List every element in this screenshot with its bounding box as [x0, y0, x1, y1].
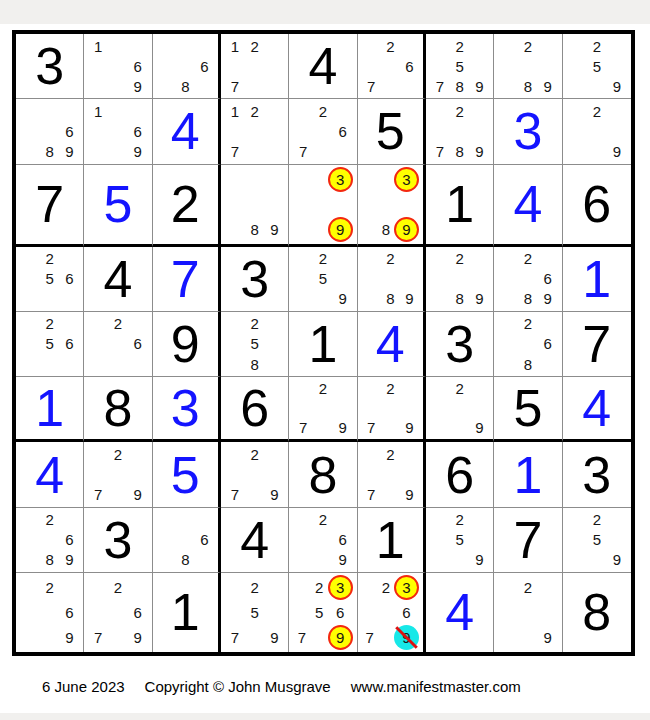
candidate-5: 5: [587, 56, 607, 76]
page-bottom-strip: [0, 713, 650, 720]
candidate-6: 6: [333, 121, 353, 141]
candidate-grid: 29: [426, 377, 493, 439]
candidate-grid: 267: [358, 34, 423, 98]
candidate-grid: 279: [289, 377, 356, 439]
cell-r9c9[interactable]: 8: [563, 573, 631, 652]
cell-r2c9[interactable]: 29: [563, 99, 631, 164]
candidate-9: 9: [333, 289, 353, 309]
candidate-9: 9: [538, 76, 558, 96]
candidate-2: 2: [245, 444, 265, 464]
highlight-circle: 3: [394, 575, 419, 600]
candidate-9: 9: [470, 141, 490, 161]
candidate-2: 2: [381, 249, 400, 269]
candidate-8: 8: [518, 289, 538, 309]
cell-r3c1[interactable]: 7: [16, 165, 84, 247]
candidate-3: 3: [394, 167, 419, 192]
candidate-7: 7: [362, 76, 381, 96]
candidate-grid: 269: [16, 573, 83, 652]
candidate-grid: 259: [289, 247, 356, 311]
candidate-9: 9: [470, 550, 490, 570]
cell-r1c2[interactable]: 169: [84, 34, 152, 99]
candidate-9: 9: [265, 625, 285, 650]
cell-r6c5[interactable]: 279: [289, 377, 357, 442]
candidate-5: 5: [40, 334, 60, 354]
given-digit: 9: [171, 318, 200, 370]
candidate-grid: 259: [426, 508, 493, 572]
candidate-3: 3: [328, 167, 353, 192]
given-digit: 1: [309, 318, 338, 370]
candidate-grid: 256: [16, 247, 83, 311]
candidate-2: 2: [518, 575, 538, 600]
cell-r8c4[interactable]: 4: [221, 508, 289, 573]
candidate-grid: 389: [358, 165, 423, 244]
candidate-2: 2: [40, 314, 60, 334]
candidate-2: 2: [518, 314, 538, 334]
cell-r9c3[interactable]: 1: [153, 573, 221, 652]
highlight-circle: 9: [328, 217, 353, 242]
candidate-9: 9: [470, 76, 490, 96]
candidate-2: 2: [313, 101, 333, 121]
candidate-7: 7: [88, 625, 108, 650]
candidate-grid: 26: [84, 312, 151, 376]
candidate-2: 2: [108, 444, 128, 464]
candidate-grid: 289: [494, 34, 561, 98]
cell-r3c5[interactable]: 39: [289, 165, 357, 247]
candidate-8: 8: [40, 550, 60, 570]
cell-r7c9[interactable]: 3: [563, 442, 631, 507]
candidate-grid: 127: [221, 34, 288, 98]
candidate-6: 6: [538, 334, 558, 354]
candidate-grid: 169: [84, 99, 151, 163]
candidate-6: 6: [394, 600, 419, 625]
candidate-grid: 127: [221, 99, 288, 163]
candidate-5: 5: [245, 334, 265, 354]
solved-digit: 3: [514, 105, 543, 157]
cell-r6c4[interactable]: 6: [221, 377, 289, 442]
candidate-grid: 269: [289, 508, 356, 572]
candidate-9: 9: [128, 141, 148, 161]
candidate-9: 9: [607, 550, 627, 570]
candidate-2: 2: [381, 36, 400, 56]
cell-r3c4[interactable]: 89: [221, 165, 289, 247]
candidate-5: 5: [450, 530, 470, 550]
candidate-6: 6: [128, 56, 148, 76]
candidate-grid: 2689: [494, 247, 561, 311]
candidate-9: 9: [128, 485, 148, 505]
cell-r1c7[interactable]: 25789: [426, 34, 494, 99]
candidate-9: 9: [470, 289, 490, 309]
cell-r8c5[interactable]: 269: [289, 508, 357, 573]
candidate-9: 9: [400, 418, 419, 437]
cell-r8c8[interactable]: 7: [494, 508, 562, 573]
candidate-8: 8: [450, 141, 470, 161]
candidate-grid: 259: [563, 34, 631, 98]
given-digit: 5: [514, 382, 543, 434]
cell-r1c4[interactable]: 127: [221, 34, 289, 99]
candidate-5: 5: [40, 269, 60, 289]
cell-r3c9[interactable]: 6: [563, 165, 631, 247]
cell-r3c6[interactable]: 389: [358, 165, 426, 247]
solved-digit: 7: [171, 253, 200, 305]
highlight-circle: 3: [328, 575, 353, 600]
footer: 6 June 2023 Copyright © John Musgrave ww…: [42, 678, 521, 695]
given-digit: 1: [376, 514, 405, 566]
candidate-6: 6: [328, 600, 353, 625]
candidate-9: 9: [265, 485, 285, 505]
sudoku-board: 3169681274267257892892596891694127267527…: [12, 30, 635, 656]
given-digit: 8: [582, 586, 611, 638]
candidate-grid: 2579: [221, 573, 288, 652]
candidate-9: 9: [60, 141, 80, 161]
candidate-6: 6: [60, 121, 80, 141]
solved-digit: 1: [582, 253, 611, 305]
candidate-9: 9: [394, 217, 419, 242]
candidate-2: 2: [313, 379, 333, 398]
cell-r8c1[interactable]: 2689: [16, 508, 84, 573]
candidate-grid: 2689: [16, 508, 83, 572]
given-digit: 7: [35, 178, 64, 230]
given-digit: 4: [240, 514, 269, 566]
candidate-9: 9: [265, 217, 285, 242]
candidate-7: 7: [88, 485, 108, 505]
cell-r4c8[interactable]: 2689: [494, 247, 562, 312]
candidate-7: 7: [225, 141, 245, 161]
candidate-9: 9: [60, 550, 80, 570]
candidate-2: 2: [587, 36, 607, 56]
candidate-9: 9: [470, 418, 490, 437]
candidate-9: 9: [328, 217, 353, 242]
candidate-9: 9: [400, 485, 419, 505]
candidate-2: 2: [245, 36, 265, 56]
candidate-8: 8: [518, 354, 538, 374]
candidate-grid: 259: [563, 508, 631, 572]
candidate-grid: 39: [289, 165, 356, 244]
candidate-grid: 29: [563, 99, 631, 163]
candidate-grid: 23679: [358, 573, 423, 652]
cell-r3c8[interactable]: 4: [494, 165, 562, 247]
candidate-5: 5: [450, 56, 470, 76]
given-digit: 1: [171, 586, 200, 638]
elimination-mark: 9: [394, 625, 419, 650]
candidate-6: 6: [60, 530, 80, 550]
cell-r6c3[interactable]: 3: [153, 377, 221, 442]
cell-r6c8[interactable]: 5: [494, 377, 562, 442]
solved-digit: 4: [445, 586, 474, 638]
candidate-8: 8: [245, 217, 265, 242]
cell-r1c8[interactable]: 289: [494, 34, 562, 99]
cell-r2c1[interactable]: 689: [16, 99, 84, 164]
candidate-9: 9: [60, 625, 80, 650]
cell-r2c8[interactable]: 3: [494, 99, 562, 164]
cell-r9c7[interactable]: 4: [426, 573, 494, 652]
cell-r7c1[interactable]: 4: [16, 442, 84, 507]
cell-r5c8[interactable]: 268: [494, 312, 562, 377]
solved-digit: 4: [376, 318, 405, 370]
cell-r5c7[interactable]: 3: [426, 312, 494, 377]
cell-r9c1[interactable]: 269: [16, 573, 84, 652]
given-digit: 3: [240, 253, 269, 305]
cell-r5c4[interactable]: 258: [221, 312, 289, 377]
cell-r4c4[interactable]: 3: [221, 247, 289, 312]
cell-r1c5[interactable]: 4: [289, 34, 357, 99]
candidate-grid: 2679: [84, 573, 151, 652]
cell-r6c2[interactable]: 8: [84, 377, 152, 442]
cell-r3c3[interactable]: 2: [153, 165, 221, 247]
cell-r9c4[interactable]: 2579: [221, 573, 289, 652]
cell-r2c2[interactable]: 169: [84, 99, 152, 164]
cell-r7c6[interactable]: 279: [358, 442, 426, 507]
cell-r6c9[interactable]: 4: [563, 377, 631, 442]
candidate-2: 2: [450, 101, 470, 121]
candidate-6: 6: [195, 56, 214, 76]
candidate-5: 5: [245, 600, 265, 625]
cell-r8c9[interactable]: 259: [563, 508, 631, 573]
solved-digit: 1: [35, 382, 64, 434]
candidate-grid: 169: [84, 34, 151, 98]
cell-r5c3[interactable]: 9: [153, 312, 221, 377]
candidate-6: 6: [195, 530, 214, 550]
cell-r4c9[interactable]: 1: [563, 247, 631, 312]
candidate-2: 2: [40, 249, 60, 269]
candidate-8: 8: [40, 141, 60, 161]
candidate-2: 2: [381, 379, 400, 398]
given-digit: 3: [582, 449, 611, 501]
candidate-grid: 25789: [426, 34, 493, 98]
cell-r5c5[interactable]: 1: [289, 312, 357, 377]
candidate-grid: 267: [289, 99, 356, 163]
given-digit: 6: [582, 178, 611, 230]
candidate-6: 6: [400, 56, 419, 76]
solved-digit: 4: [35, 449, 64, 501]
candidate-8: 8: [176, 76, 195, 96]
highlight-circle: 3: [328, 167, 353, 192]
candidate-5: 5: [310, 600, 327, 625]
candidate-grid: 29: [494, 573, 561, 652]
candidate-7: 7: [362, 625, 378, 650]
highlight-circle: 3: [394, 167, 419, 192]
cell-r3c7[interactable]: 1: [426, 165, 494, 247]
candidate-2: 2: [518, 36, 538, 56]
solved-digit: 3: [171, 382, 200, 434]
cell-r7c8[interactable]: 1: [494, 442, 562, 507]
cell-r3c2[interactable]: 5: [84, 165, 152, 247]
cell-r4c2[interactable]: 4: [84, 247, 152, 312]
given-digit: 1: [445, 178, 474, 230]
candidate-2: 2: [587, 510, 607, 530]
candidate-6: 6: [60, 334, 80, 354]
candidate-7: 7: [430, 76, 450, 96]
cell-r5c9[interactable]: 7: [563, 312, 631, 377]
candidate-7: 7: [225, 485, 245, 505]
cell-r8c7[interactable]: 259: [426, 508, 494, 573]
cell-r7c4[interactable]: 279: [221, 442, 289, 507]
candidate-7: 7: [225, 76, 245, 96]
cell-r9c8[interactable]: 29: [494, 573, 562, 652]
candidate-grid: 279: [84, 442, 151, 506]
candidate-2: 2: [450, 510, 470, 530]
given-digit: 3: [445, 318, 474, 370]
cell-r2c5[interactable]: 267: [289, 99, 357, 164]
candidate-8: 8: [378, 217, 394, 242]
highlight-circle: 9: [328, 625, 353, 650]
candidate-6: 6: [538, 269, 558, 289]
candidate-2: 2: [245, 101, 265, 121]
candidate-1: 1: [225, 36, 245, 56]
candidate-9: 9: [394, 625, 419, 650]
candidate-6: 6: [60, 600, 80, 625]
candidate-7: 7: [293, 418, 313, 437]
given-digit: 4: [309, 40, 338, 92]
candidate-1: 1: [88, 101, 108, 121]
candidate-8: 8: [381, 289, 400, 309]
given-digit: 3: [35, 40, 64, 92]
candidate-2: 2: [313, 249, 333, 269]
candidate-2: 2: [245, 314, 265, 334]
candidate-9: 9: [128, 76, 148, 96]
cell-r2c6[interactable]: 5: [358, 99, 426, 164]
candidate-grid: 279: [221, 442, 288, 506]
candidate-9: 9: [333, 550, 353, 570]
candidate-9: 9: [538, 289, 558, 309]
candidate-9: 9: [400, 289, 419, 309]
candidate-2: 2: [378, 575, 394, 600]
candidate-2: 2: [313, 510, 333, 530]
highlight-circle: 9: [394, 217, 419, 242]
cell-r6c7[interactable]: 29: [426, 377, 494, 442]
candidate-2: 2: [245, 575, 265, 600]
candidate-7: 7: [362, 485, 381, 505]
candidate-2: 2: [450, 379, 470, 398]
candidate-grid: 279: [358, 442, 423, 506]
cell-r4c6[interactable]: 289: [358, 247, 426, 312]
cell-r9c6[interactable]: 23679: [358, 573, 426, 652]
candidate-1: 1: [88, 36, 108, 56]
candidate-6: 6: [60, 269, 80, 289]
candidate-8: 8: [450, 76, 470, 96]
candidate-7: 7: [293, 625, 310, 650]
cell-r1c3[interactable]: 68: [153, 34, 221, 99]
cell-r7c5[interactable]: 8: [289, 442, 357, 507]
given-digit: 4: [104, 253, 133, 305]
candidate-grid: 256: [16, 312, 83, 376]
cell-r5c1[interactable]: 256: [16, 312, 84, 377]
candidate-3: 3: [394, 575, 419, 600]
candidate-9: 9: [607, 141, 627, 161]
candidate-2: 2: [518, 249, 538, 269]
candidate-9: 9: [538, 625, 558, 650]
cell-r5c6[interactable]: 4: [358, 312, 426, 377]
candidate-grid: 258: [221, 312, 288, 376]
cell-r9c2[interactable]: 2679: [84, 573, 152, 652]
candidate-grid: 289: [426, 247, 493, 311]
candidate-grid: 68: [153, 508, 218, 572]
page-top-strip: [0, 0, 650, 24]
cell-r4c3[interactable]: 7: [153, 247, 221, 312]
given-digit: 6: [445, 449, 474, 501]
given-digit: 7: [514, 514, 543, 566]
candidate-7: 7: [293, 141, 313, 161]
candidate-grid: 2789: [426, 99, 493, 163]
cell-r6c6[interactable]: 279: [358, 377, 426, 442]
candidate-2: 2: [381, 444, 400, 464]
candidate-7: 7: [225, 625, 245, 650]
footer-date: 6 June 2023: [42, 678, 125, 695]
candidate-8: 8: [518, 76, 538, 96]
candidate-grid: 68: [153, 34, 218, 98]
candidate-grid: 235679: [289, 573, 356, 652]
candidate-2: 2: [450, 249, 470, 269]
candidate-grid: 268: [494, 312, 561, 376]
solved-digit: 4: [514, 178, 543, 230]
candidate-2: 2: [40, 510, 60, 530]
cell-r8c3[interactable]: 68: [153, 508, 221, 573]
candidate-grid: 689: [16, 99, 83, 163]
candidate-9: 9: [128, 625, 148, 650]
solved-digit: 5: [104, 178, 133, 230]
candidate-6: 6: [333, 530, 353, 550]
cell-r5c2[interactable]: 26: [84, 312, 152, 377]
candidate-9: 9: [328, 625, 353, 650]
footer-copyright: Copyright © John Musgrave: [145, 678, 331, 695]
cell-r2c4[interactable]: 127: [221, 99, 289, 164]
candidate-2: 2: [40, 575, 60, 600]
cell-r2c7[interactable]: 2789: [426, 99, 494, 164]
given-digit: 6: [240, 382, 269, 434]
cell-r1c1[interactable]: 3: [16, 34, 84, 99]
candidate-2: 2: [310, 575, 327, 600]
candidate-8: 8: [176, 550, 195, 570]
candidate-2: 2: [108, 575, 128, 600]
candidate-2: 2: [450, 36, 470, 56]
candidate-8: 8: [450, 289, 470, 309]
cell-r4c1[interactable]: 256: [16, 247, 84, 312]
candidate-9: 9: [333, 418, 353, 437]
cell-r4c5[interactable]: 259: [289, 247, 357, 312]
cell-r9c5[interactable]: 235679: [289, 573, 357, 652]
candidate-8: 8: [245, 354, 265, 374]
given-digit: 2: [171, 178, 200, 230]
candidate-9: 9: [607, 76, 627, 96]
candidate-grid: 279: [358, 377, 423, 439]
given-digit: 5: [376, 105, 405, 157]
candidate-2: 2: [108, 314, 128, 334]
cell-r2c3[interactable]: 4: [153, 99, 221, 164]
candidate-grid: 89: [221, 165, 288, 244]
candidate-6: 6: [128, 334, 148, 354]
cell-r4c7[interactable]: 289: [426, 247, 494, 312]
candidate-6: 6: [128, 121, 148, 141]
footer-website: www.manifestmaster.com: [351, 678, 521, 695]
cell-r6c1[interactable]: 1: [16, 377, 84, 442]
given-digit: 8: [104, 382, 133, 434]
cell-r8c6[interactable]: 1: [358, 508, 426, 573]
cell-r7c3[interactable]: 5: [153, 442, 221, 507]
candidate-7: 7: [362, 418, 381, 437]
cell-r1c9[interactable]: 259: [563, 34, 631, 99]
cell-r8c2[interactable]: 3: [84, 508, 152, 573]
cell-r7c7[interactable]: 6: [426, 442, 494, 507]
given-digit: 7: [582, 318, 611, 370]
candidate-7: 7: [430, 141, 450, 161]
cell-r1c6[interactable]: 267: [358, 34, 426, 99]
given-digit: 8: [309, 449, 338, 501]
candidate-5: 5: [587, 530, 607, 550]
cell-r7c2[interactable]: 279: [84, 442, 152, 507]
given-digit: 3: [104, 514, 133, 566]
solved-digit: 5: [171, 449, 200, 501]
candidate-grid: 289: [358, 247, 423, 311]
candidate-1: 1: [225, 101, 245, 121]
